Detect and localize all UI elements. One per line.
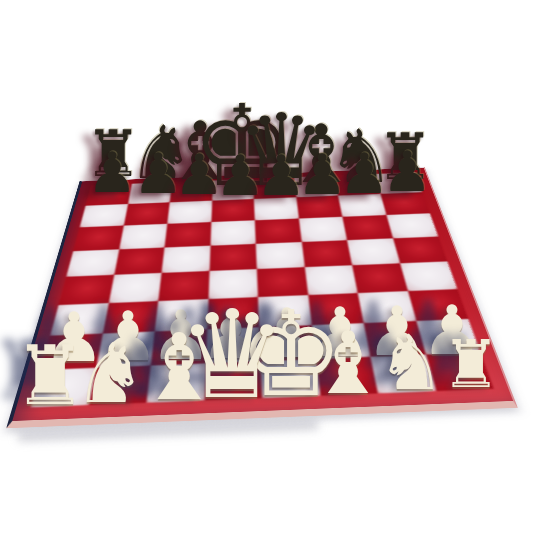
piece-e7-black-pawn[interactable]: ♟ xyxy=(256,148,306,204)
square-f6[interactable] xyxy=(299,217,347,242)
square-c5[interactable] xyxy=(162,245,211,272)
piece-g1-white-knight[interactable]: ♞ xyxy=(377,325,445,401)
square-f5[interactable] xyxy=(301,240,352,267)
piece-a7-black-pawn[interactable]: ♟ xyxy=(87,145,137,201)
square-g5[interactable] xyxy=(347,238,400,265)
square-a5[interactable] xyxy=(66,249,119,277)
square-h4[interactable] xyxy=(400,261,458,290)
piece-h1-white-rook[interactable]: ♜ xyxy=(441,332,500,398)
square-h6[interactable] xyxy=(386,213,438,238)
square-g4[interactable] xyxy=(352,263,407,293)
piece-c1-white-bishop[interactable]: ♝ xyxy=(138,322,220,414)
square-a7[interactable] xyxy=(80,204,128,227)
piece-a1-white-rook[interactable]: ♜ xyxy=(13,335,87,417)
square-b6[interactable] xyxy=(119,224,167,249)
square-b5[interactable] xyxy=(114,247,165,274)
square-g6[interactable] xyxy=(342,215,392,240)
square-e6[interactable] xyxy=(255,219,302,244)
square-d5[interactable] xyxy=(209,244,257,271)
square-d6[interactable] xyxy=(210,220,256,245)
square-h5[interactable] xyxy=(393,236,448,263)
piece-h7-black-pawn[interactable]: ♟ xyxy=(382,144,432,200)
square-a6[interactable] xyxy=(73,226,123,251)
square-c6[interactable] xyxy=(165,222,212,247)
chess-photo-scene: ♜♞♝♚♛♝♞♜♟♟♟♟♟♟♟♟♟♟♟♟♟♟♟♟♜♞♝♛♚♝♞♜ xyxy=(0,0,533,533)
square-e5[interactable] xyxy=(256,242,305,269)
